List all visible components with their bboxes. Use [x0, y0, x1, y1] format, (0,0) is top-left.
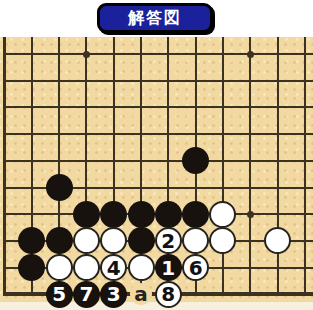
grid-hline: [3, 133, 313, 135]
white-stone: [209, 227, 236, 254]
grid-hline: [3, 80, 313, 82]
black-stone: [73, 201, 100, 228]
move-5-stone: 5: [46, 281, 73, 308]
black-stone: [128, 227, 155, 254]
diagram-title: 解答図: [128, 10, 182, 26]
grid-vline: [222, 37, 224, 296]
grid-hline: [3, 53, 313, 55]
label-a: a: [130, 283, 152, 305]
white-stone: [209, 201, 236, 228]
black-stone: [46, 227, 73, 254]
white-stone: [73, 227, 100, 254]
board-bottom-edge-strip: [0, 302, 313, 310]
black-stone: [128, 201, 155, 228]
move-7-stone: 7: [73, 281, 100, 308]
star-point: [247, 211, 254, 218]
white-stone: [73, 254, 100, 281]
black-stone: [46, 174, 73, 201]
black-stone: [155, 201, 182, 228]
go-diagram: 解答図 2416573a8: [0, 0, 313, 310]
star-point: [83, 51, 90, 58]
move-1-stone: 1: [155, 254, 182, 281]
white-stone: [128, 254, 155, 281]
white-stone: [46, 254, 73, 281]
white-stone: [182, 227, 209, 254]
black-stone: [100, 201, 127, 228]
white-stone: [264, 227, 291, 254]
grid-vline: [249, 37, 251, 296]
grid-vline: [3, 37, 6, 296]
move-2-stone: 2: [155, 227, 182, 254]
move-6-stone: 6: [182, 254, 209, 281]
grid-hline: [3, 106, 313, 108]
move-3-stone: 3: [100, 281, 127, 308]
star-point: [247, 51, 254, 58]
grid-vline: [277, 37, 279, 296]
black-stone: [18, 254, 45, 281]
grid-hline: [3, 160, 313, 162]
black-stone: [182, 147, 209, 174]
move-4-stone: 4: [100, 254, 127, 281]
black-stone: [18, 227, 45, 254]
move-8-stone: 8: [155, 281, 182, 308]
black-stone: [182, 201, 209, 228]
white-stone: [100, 227, 127, 254]
diagram-title-badge: 解答図: [97, 3, 213, 33]
go-board: 2416573a8: [0, 37, 313, 302]
grid-vline: [304, 37, 306, 296]
